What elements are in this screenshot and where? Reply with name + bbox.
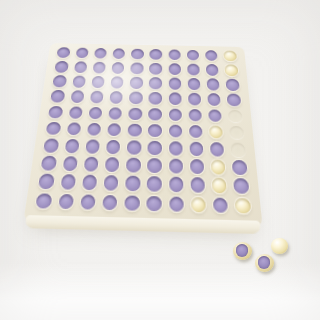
loose-purple-piece-3[interactable]	[255, 254, 274, 272]
tray-grid	[23, 43, 262, 227]
purple-disc	[102, 195, 118, 211]
well-r5c9[interactable]	[205, 107, 226, 124]
purple-disc	[187, 78, 200, 90]
well-r4c10[interactable]	[223, 92, 244, 108]
purple-disc	[130, 62, 143, 74]
well-r9c4[interactable]	[100, 173, 123, 192]
gold-disc	[191, 197, 206, 213]
purple-disc	[88, 107, 102, 120]
well-r10c2[interactable]	[54, 191, 78, 211]
purple-disc	[207, 93, 221, 105]
well-r3c9[interactable]	[203, 77, 223, 92]
well-r7c1[interactable]	[40, 137, 63, 155]
well-r4c2[interactable]	[67, 89, 88, 105]
well-r4c3[interactable]	[86, 89, 107, 105]
loose-gold-piece-2[interactable]	[271, 238, 288, 254]
purple-disc	[130, 77, 143, 89]
well-r6c2[interactable]	[63, 120, 85, 137]
well-r5c1[interactable]	[45, 104, 67, 120]
well-r6c7[interactable]	[165, 123, 186, 140]
purple-disc	[128, 124, 142, 137]
purple-disc	[150, 49, 162, 60]
well-r7c7[interactable]	[165, 139, 186, 157]
purple-disc	[169, 159, 183, 174]
well-r10c4[interactable]	[98, 192, 121, 212]
well-r8c2[interactable]	[58, 154, 81, 173]
purple-gem-face	[236, 244, 249, 256]
purple-disc	[206, 78, 220, 90]
well-r1c9[interactable]	[202, 48, 221, 62]
purple-disc	[68, 106, 83, 119]
well-r5c10[interactable]	[225, 108, 246, 125]
well-r8c8[interactable]	[186, 157, 208, 176]
purple-disc	[105, 157, 120, 172]
well-r1c6[interactable]	[147, 47, 166, 61]
gold-disc	[211, 160, 226, 175]
well-r10c7[interactable]	[165, 194, 187, 214]
purple-disc	[127, 140, 141, 154]
well-r8c9[interactable]	[207, 158, 229, 177]
purple-disc	[64, 139, 79, 153]
purple-disc	[232, 160, 247, 175]
purple-disc	[60, 175, 76, 190]
purple-disc	[48, 106, 63, 119]
well-r4c9[interactable]	[204, 92, 225, 108]
purple-disc	[87, 123, 102, 136]
well-r2c1[interactable]	[51, 59, 72, 74]
well-r5c2[interactable]	[65, 104, 87, 120]
well-r2c2[interactable]	[70, 60, 90, 75]
well-r1c2[interactable]	[72, 46, 92, 60]
purple-disc	[206, 64, 219, 76]
well-r9c9[interactable]	[208, 176, 231, 196]
well-r10c10[interactable]	[231, 195, 255, 215]
purple-disc	[210, 142, 225, 156]
purple-disc	[75, 47, 88, 58]
well-r4c6[interactable]	[145, 91, 165, 107]
well-r10c8[interactable]	[187, 194, 210, 214]
well-r1c5[interactable]	[128, 47, 147, 61]
well-r3c8[interactable]	[184, 76, 204, 91]
purple-disc	[169, 196, 184, 212]
purple-disc	[91, 76, 105, 88]
well-r7c2[interactable]	[61, 137, 84, 155]
purple-disc	[128, 107, 142, 120]
purple-disc	[108, 107, 122, 120]
well-r10c3[interactable]	[76, 192, 100, 212]
purple-disc	[41, 156, 57, 171]
well-r4c7[interactable]	[165, 91, 185, 107]
well-r3c7[interactable]	[165, 76, 184, 91]
well-r8c7[interactable]	[165, 157, 186, 176]
well-r3c10[interactable]	[222, 77, 243, 92]
well-r1c10[interactable]	[220, 49, 240, 63]
well-r6c5[interactable]	[124, 122, 145, 139]
empty-well	[228, 109, 242, 122]
purple-disc	[188, 93, 202, 105]
purple-disc	[227, 94, 241, 106]
purple-disc	[205, 50, 218, 61]
well-r4c4[interactable]	[106, 90, 126, 106]
purple-disc	[90, 91, 104, 103]
purple-disc	[147, 158, 161, 173]
purple-disc	[213, 197, 229, 213]
purple-disc	[169, 124, 183, 137]
purple-disc	[70, 91, 84, 103]
purple-disc	[57, 47, 71, 58]
well-r9c10[interactable]	[230, 176, 253, 196]
purple-disc	[168, 78, 181, 90]
well-r7c3[interactable]	[82, 137, 104, 155]
well-r5c8[interactable]	[185, 107, 206, 124]
well-r9c6[interactable]	[143, 174, 165, 193]
well-r2c5[interactable]	[127, 61, 146, 76]
well-r6c3[interactable]	[83, 121, 105, 138]
purple-disc	[190, 178, 205, 193]
well-r9c5[interactable]	[122, 174, 144, 193]
well-r8c1[interactable]	[37, 154, 60, 173]
well-r7c6[interactable]	[144, 139, 165, 157]
purple-disc	[148, 108, 161, 121]
purple-disc	[38, 174, 54, 189]
well-r5c5[interactable]	[125, 106, 145, 123]
purple-disc	[148, 124, 162, 137]
gold-disc	[235, 198, 251, 214]
purple-disc	[106, 140, 121, 154]
well-r2c3[interactable]	[89, 60, 109, 75]
well-r6c10[interactable]	[226, 124, 248, 141]
purple-disc	[233, 179, 249, 194]
purple-disc	[55, 61, 69, 72]
purple-disc	[129, 92, 142, 104]
well-r3c3[interactable]	[88, 74, 108, 89]
well-r8c10[interactable]	[228, 158, 251, 177]
purple-disc	[169, 141, 183, 155]
purple-disc	[125, 176, 140, 191]
purple-disc	[58, 193, 74, 209]
well-r2c7[interactable]	[165, 62, 184, 77]
well-r5c6[interactable]	[145, 106, 165, 123]
purple-disc	[187, 64, 200, 76]
well-r10c1[interactable]	[32, 191, 57, 211]
well-r2c4[interactable]	[108, 60, 128, 75]
purple-disc	[94, 48, 107, 59]
purple-disc	[187, 50, 200, 61]
empty-well	[231, 143, 246, 157]
purple-disc	[169, 177, 184, 192]
well-r2c8[interactable]	[184, 62, 203, 77]
purple-disc	[72, 76, 86, 88]
purple-disc	[189, 125, 203, 138]
well-r6c9[interactable]	[206, 123, 227, 140]
purple-disc	[66, 122, 81, 135]
well-r8c5[interactable]	[122, 156, 144, 175]
purple-disc	[83, 157, 98, 172]
well-r7c8[interactable]	[186, 140, 207, 158]
well-r1c3[interactable]	[91, 46, 111, 60]
well-r2c9[interactable]	[203, 62, 223, 77]
purple-disc	[126, 158, 141, 173]
purple-disc	[109, 91, 123, 103]
well-r5c4[interactable]	[105, 105, 126, 122]
purple-disc	[149, 77, 162, 89]
purple-disc	[62, 156, 78, 171]
purple-disc	[168, 108, 181, 121]
purple-disc	[93, 62, 106, 74]
well-r2c10[interactable]	[221, 63, 241, 78]
well-r4c8[interactable]	[185, 91, 205, 107]
gold-disc	[224, 64, 238, 76]
purple-disc	[168, 93, 181, 105]
well-r9c1[interactable]	[34, 172, 58, 191]
well-r7c5[interactable]	[123, 138, 144, 156]
well-r1c4[interactable]	[109, 47, 128, 61]
purple-disc	[110, 76, 124, 88]
purple-disc	[46, 122, 61, 135]
purple-disc	[168, 49, 181, 60]
purple-disc	[131, 49, 144, 60]
purple-disc	[80, 194, 96, 210]
well-r8c3[interactable]	[80, 155, 103, 174]
well-r6c4[interactable]	[104, 121, 125, 138]
well-r3c4[interactable]	[107, 75, 127, 90]
well-r8c6[interactable]	[144, 156, 165, 175]
purple-disc	[189, 142, 203, 156]
purple-disc	[168, 63, 181, 75]
well-r4c5[interactable]	[126, 90, 146, 106]
purple-gem-face	[258, 256, 271, 268]
purple-disc	[188, 109, 202, 122]
gold-disc	[209, 125, 223, 138]
well-r6c6[interactable]	[145, 122, 166, 139]
purple-disc	[82, 175, 98, 190]
purple-disc	[124, 195, 139, 211]
purple-disc	[111, 62, 124, 74]
well-r3c5[interactable]	[126, 75, 146, 90]
gold-disc	[212, 178, 227, 193]
purple-disc	[226, 79, 240, 91]
purple-disc	[112, 48, 125, 59]
photo-background	[0, 0, 320, 320]
purple-disc	[147, 196, 162, 212]
well-r8c4[interactable]	[101, 155, 123, 174]
well-r7c4[interactable]	[102, 138, 124, 156]
disc-tray	[23, 43, 262, 227]
purple-disc	[85, 139, 100, 153]
well-r9c7[interactable]	[165, 175, 187, 194]
purple-disc	[147, 177, 162, 192]
purple-disc	[44, 138, 60, 152]
purple-disc	[149, 92, 162, 104]
purple-disc	[51, 90, 66, 102]
well-r1c7[interactable]	[165, 48, 184, 62]
well-r7c9[interactable]	[206, 140, 228, 158]
well-r3c1[interactable]	[49, 74, 70, 89]
well-r6c1[interactable]	[42, 120, 64, 137]
loose-purple-piece-1[interactable]	[233, 242, 252, 260]
well-r4c1[interactable]	[47, 89, 68, 105]
well-r2c6[interactable]	[146, 61, 165, 76]
well-r10c6[interactable]	[143, 193, 165, 213]
purple-disc	[53, 75, 67, 87]
well-r9c3[interactable]	[78, 173, 101, 192]
well-r3c6[interactable]	[146, 76, 165, 91]
purple-disc	[74, 61, 88, 72]
gold-disc	[223, 50, 236, 61]
well-r1c1[interactable]	[53, 46, 73, 60]
purple-disc	[148, 141, 162, 155]
empty-well	[229, 126, 244, 140]
well-r1c8[interactable]	[184, 48, 203, 62]
well-r9c8[interactable]	[187, 175, 209, 195]
well-r6c8[interactable]	[185, 123, 206, 140]
well-r9c2[interactable]	[56, 172, 80, 191]
well-r5c3[interactable]	[85, 105, 106, 121]
well-r10c5[interactable]	[121, 193, 144, 213]
purple-disc	[208, 109, 222, 122]
well-r7c10[interactable]	[227, 141, 249, 159]
well-r10c9[interactable]	[209, 195, 232, 215]
well-r3c2[interactable]	[69, 74, 90, 89]
purple-disc	[149, 63, 162, 75]
well-r5c7[interactable]	[165, 106, 185, 123]
purple-disc	[107, 123, 121, 136]
purple-disc	[103, 176, 118, 191]
purple-disc	[36, 193, 53, 209]
purple-disc	[190, 159, 205, 174]
